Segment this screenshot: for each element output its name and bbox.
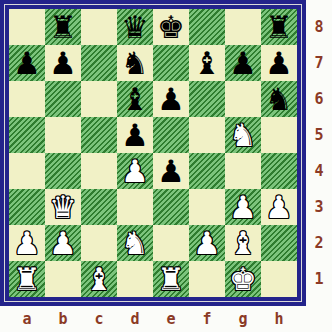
square-g2[interactable]: ♝ [225, 225, 261, 261]
square-f1[interactable] [189, 261, 225, 297]
board-frame-gap-line: ♜♛♚♜♟♟♞♝♟♟♝♟♞♟♞♟♟♛♟♟♟♟♞♟♝♜♝♜♚ [4, 4, 302, 302]
square-a1[interactable]: ♜ [9, 261, 45, 297]
white-knight: ♞ [229, 120, 257, 151]
black-pawn: ♟ [49, 48, 77, 79]
square-f7[interactable]: ♝ [189, 45, 225, 81]
square-g5[interactable]: ♞ [225, 117, 261, 153]
square-f6[interactable] [189, 81, 225, 117]
square-b3[interactable]: ♛ [45, 189, 81, 225]
black-pawn: ♟ [121, 120, 149, 151]
board-frame: ♜♛♚♜♟♟♞♝♟♟♝♟♞♟♞♟♟♛♟♟♟♟♞♟♝♜♝♜♚ [0, 0, 306, 306]
white-bishop: ♝ [229, 228, 257, 259]
square-b1[interactable] [45, 261, 81, 297]
square-a7[interactable]: ♟ [9, 45, 45, 81]
file-label-a: a [9, 306, 45, 332]
white-knight: ♞ [121, 228, 149, 259]
black-pawn: ♟ [157, 156, 185, 187]
file-label-h: h [261, 306, 297, 332]
square-a4[interactable] [9, 153, 45, 189]
square-h4[interactable] [261, 153, 297, 189]
file-label-e: e [153, 306, 189, 332]
white-pawn: ♟ [49, 228, 77, 259]
square-b8[interactable]: ♜ [45, 9, 81, 45]
square-d5[interactable]: ♟ [117, 117, 153, 153]
square-e3[interactable] [153, 189, 189, 225]
white-bishop: ♝ [85, 264, 113, 295]
square-a5[interactable] [9, 117, 45, 153]
square-e4[interactable]: ♟ [153, 153, 189, 189]
square-e5[interactable] [153, 117, 189, 153]
rank-label-4: 4 [306, 153, 332, 189]
square-d6[interactable]: ♝ [117, 81, 153, 117]
black-knight: ♞ [121, 48, 149, 79]
square-g6[interactable] [225, 81, 261, 117]
black-bishop: ♝ [193, 48, 221, 79]
square-h8[interactable]: ♜ [261, 9, 297, 45]
chess-board: ♜♛♚♜♟♟♞♝♟♟♝♟♞♟♞♟♟♛♟♟♟♟♞♟♝♜♝♜♚ [9, 9, 297, 297]
file-label-g: g [225, 306, 261, 332]
black-rook: ♜ [265, 12, 293, 43]
white-queen: ♛ [49, 192, 77, 223]
black-rook: ♜ [49, 12, 77, 43]
white-pawn: ♟ [265, 192, 293, 223]
square-g3[interactable]: ♟ [225, 189, 261, 225]
square-h1[interactable] [261, 261, 297, 297]
square-c7[interactable] [81, 45, 117, 81]
square-h7[interactable]: ♟ [261, 45, 297, 81]
square-f3[interactable] [189, 189, 225, 225]
square-d2[interactable]: ♞ [117, 225, 153, 261]
square-d3[interactable] [117, 189, 153, 225]
white-rook: ♜ [157, 264, 185, 295]
square-a2[interactable]: ♟ [9, 225, 45, 261]
white-pawn: ♟ [193, 228, 221, 259]
white-pawn: ♟ [121, 156, 149, 187]
black-queen: ♛ [121, 12, 149, 43]
square-b7[interactable]: ♟ [45, 45, 81, 81]
square-f8[interactable] [189, 9, 225, 45]
square-c2[interactable] [81, 225, 117, 261]
square-c6[interactable] [81, 81, 117, 117]
square-c1[interactable]: ♝ [81, 261, 117, 297]
square-h3[interactable]: ♟ [261, 189, 297, 225]
black-pawn: ♟ [157, 84, 185, 115]
rank-label-3: 3 [306, 189, 332, 225]
rank-label-8: 8 [306, 9, 332, 45]
square-a6[interactable] [9, 81, 45, 117]
white-king: ♚ [229, 264, 257, 295]
rank-label-1: 1 [306, 261, 332, 297]
square-a8[interactable] [9, 9, 45, 45]
square-d1[interactable] [117, 261, 153, 297]
square-b6[interactable] [45, 81, 81, 117]
square-f2[interactable]: ♟ [189, 225, 225, 261]
square-e8[interactable]: ♚ [153, 9, 189, 45]
rank-label-2: 2 [306, 225, 332, 261]
square-e7[interactable] [153, 45, 189, 81]
square-d7[interactable]: ♞ [117, 45, 153, 81]
file-label-d: d [117, 306, 153, 332]
rank-label-6: 6 [306, 81, 332, 117]
file-label-b: b [45, 306, 81, 332]
square-c4[interactable] [81, 153, 117, 189]
black-king: ♚ [157, 12, 185, 43]
square-d4[interactable]: ♟ [117, 153, 153, 189]
square-c3[interactable] [81, 189, 117, 225]
white-rook: ♜ [13, 264, 41, 295]
rank-label-5: 5 [306, 117, 332, 153]
square-e2[interactable] [153, 225, 189, 261]
file-label-f: f [189, 306, 225, 332]
board-frame-inner: ♜♛♚♜♟♟♞♝♟♟♝♟♞♟♞♟♟♛♟♟♟♟♞♟♝♜♝♜♚ [5, 5, 301, 301]
square-b4[interactable] [45, 153, 81, 189]
square-d8[interactable]: ♛ [117, 9, 153, 45]
square-c5[interactable] [81, 117, 117, 153]
square-h2[interactable] [261, 225, 297, 261]
square-f4[interactable] [189, 153, 225, 189]
square-b2[interactable]: ♟ [45, 225, 81, 261]
square-e1[interactable]: ♜ [153, 261, 189, 297]
square-b5[interactable] [45, 117, 81, 153]
square-g1[interactable]: ♚ [225, 261, 261, 297]
rank-label-7: 7 [306, 45, 332, 81]
square-g8[interactable] [225, 9, 261, 45]
square-h6[interactable]: ♞ [261, 81, 297, 117]
white-pawn: ♟ [13, 228, 41, 259]
square-c8[interactable] [81, 9, 117, 45]
black-pawn: ♟ [265, 48, 293, 79]
square-h5[interactable] [261, 117, 297, 153]
square-g4[interactable] [225, 153, 261, 189]
white-pawn: ♟ [229, 192, 257, 223]
black-knight: ♞ [265, 84, 293, 115]
square-a3[interactable] [9, 189, 45, 225]
square-f5[interactable] [189, 117, 225, 153]
black-pawn: ♟ [229, 48, 257, 79]
black-pawn: ♟ [13, 48, 41, 79]
black-bishop: ♝ [121, 84, 149, 115]
square-g7[interactable]: ♟ [225, 45, 261, 81]
square-e6[interactable]: ♟ [153, 81, 189, 117]
file-label-c: c [81, 306, 117, 332]
